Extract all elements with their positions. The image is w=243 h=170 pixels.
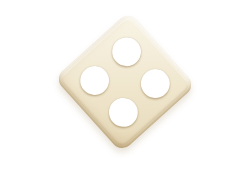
pip-hole-bottom <box>103 92 144 133</box>
photo-background <box>0 0 243 170</box>
pip-hole-right <box>135 63 176 104</box>
pip-hole-left <box>74 60 115 101</box>
pip-hole-top <box>106 31 147 72</box>
die-face-plate <box>54 11 195 152</box>
